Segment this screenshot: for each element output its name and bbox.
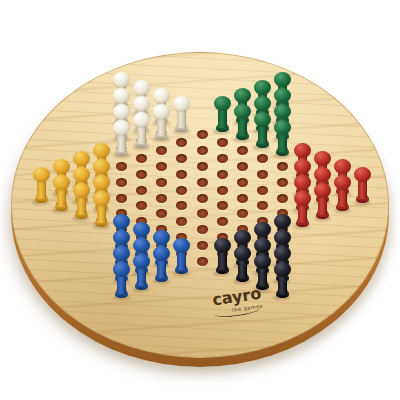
peg-cap bbox=[334, 159, 351, 174]
peg-red[interactable] bbox=[354, 167, 372, 203]
peg-cap bbox=[173, 96, 190, 111]
peg-green[interactable] bbox=[233, 104, 251, 140]
peg-cap bbox=[133, 80, 150, 95]
peg-black[interactable] bbox=[213, 238, 231, 274]
peg-cap bbox=[113, 230, 130, 245]
peg-cap bbox=[133, 222, 150, 237]
peg-black[interactable] bbox=[233, 246, 251, 282]
peg-cap bbox=[113, 120, 130, 135]
peg-green[interactable] bbox=[213, 96, 231, 132]
peg-black[interactable] bbox=[273, 262, 291, 298]
peg-blue[interactable] bbox=[173, 238, 191, 274]
peg-green[interactable] bbox=[273, 120, 291, 156]
peg-cap bbox=[274, 88, 291, 103]
peg-cap bbox=[133, 254, 150, 269]
peg-yellow[interactable] bbox=[93, 191, 111, 227]
peg-cap bbox=[113, 72, 130, 87]
peg-cap bbox=[274, 214, 291, 229]
peg-red[interactable] bbox=[293, 191, 311, 227]
peg-cap bbox=[153, 88, 170, 103]
peg-cap bbox=[254, 80, 271, 95]
peg-yellow[interactable] bbox=[52, 175, 70, 211]
peg-white[interactable] bbox=[153, 104, 171, 140]
peg-white[interactable] bbox=[133, 112, 151, 148]
peg-blue[interactable] bbox=[153, 246, 171, 282]
peg-cap bbox=[254, 112, 271, 127]
peg-cap bbox=[314, 151, 331, 166]
peg-cap bbox=[93, 159, 110, 174]
peg-cap bbox=[93, 143, 110, 158]
peg-white[interactable] bbox=[173, 96, 191, 132]
peg-cap bbox=[314, 167, 331, 182]
peg-cap bbox=[214, 96, 231, 111]
pegs-layer bbox=[0, 0, 400, 400]
peg-cap bbox=[274, 246, 291, 261]
peg-cap bbox=[93, 175, 110, 190]
peg-red[interactable] bbox=[334, 175, 352, 211]
peg-white[interactable] bbox=[113, 120, 131, 156]
peg-cap bbox=[133, 96, 150, 111]
peg-cap bbox=[274, 230, 291, 245]
peg-cap bbox=[33, 167, 50, 182]
peg-cap bbox=[334, 175, 351, 190]
peg-cap bbox=[53, 175, 70, 190]
peg-cap bbox=[113, 104, 130, 119]
peg-cap bbox=[153, 230, 170, 245]
peg-cap bbox=[73, 167, 90, 182]
peg-yellow[interactable] bbox=[32, 167, 50, 203]
peg-cap bbox=[133, 112, 150, 127]
peg-cap bbox=[73, 151, 90, 166]
peg-cap bbox=[254, 222, 271, 237]
peg-cap bbox=[294, 159, 311, 174]
peg-cap bbox=[234, 104, 251, 119]
peg-cap bbox=[254, 254, 271, 269]
peg-cap bbox=[153, 246, 170, 261]
peg-cap bbox=[254, 96, 271, 111]
peg-yellow[interactable] bbox=[72, 183, 90, 219]
peg-cap bbox=[254, 238, 271, 253]
peg-red[interactable] bbox=[314, 183, 332, 219]
peg-cap bbox=[274, 262, 291, 277]
peg-green[interactable] bbox=[253, 112, 271, 148]
peg-cap bbox=[354, 167, 371, 182]
peg-cap bbox=[314, 183, 331, 198]
peg-cap bbox=[234, 230, 251, 245]
peg-cap bbox=[113, 214, 130, 229]
peg-cap bbox=[133, 238, 150, 253]
peg-cap bbox=[113, 262, 130, 277]
peg-cap bbox=[93, 191, 110, 206]
peg-cap bbox=[153, 104, 170, 119]
peg-blue[interactable] bbox=[133, 254, 151, 290]
product-photo-background: cayro the games bbox=[0, 0, 400, 400]
peg-cap bbox=[73, 183, 90, 198]
peg-cap bbox=[294, 143, 311, 158]
peg-cap bbox=[214, 238, 231, 253]
peg-cap bbox=[294, 175, 311, 190]
peg-cap bbox=[113, 246, 130, 261]
peg-cap bbox=[113, 88, 130, 103]
peg-cap bbox=[173, 238, 190, 253]
peg-cap bbox=[53, 159, 70, 174]
peg-cap bbox=[234, 88, 251, 103]
peg-cap bbox=[234, 246, 251, 261]
peg-cap bbox=[274, 72, 291, 87]
peg-blue[interactable] bbox=[113, 262, 131, 298]
peg-cap bbox=[274, 120, 291, 135]
peg-cap bbox=[294, 191, 311, 206]
peg-cap bbox=[274, 104, 291, 119]
